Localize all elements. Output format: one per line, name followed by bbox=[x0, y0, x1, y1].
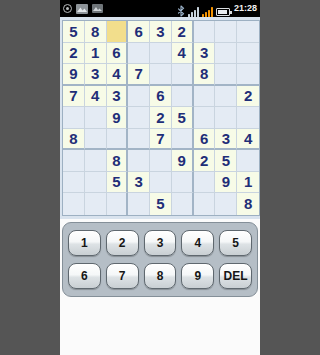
cell-r1c7[interactable] bbox=[194, 21, 216, 43]
key-del[interactable]: DEL bbox=[219, 263, 252, 289]
cell-r7c9[interactable] bbox=[237, 150, 259, 172]
status-bar-left-icons bbox=[63, 4, 103, 14]
cell-r7c1[interactable] bbox=[63, 150, 85, 172]
cell-r3c6[interactable] bbox=[172, 64, 194, 86]
cell-r8c2[interactable] bbox=[85, 172, 107, 194]
cell-r1c9[interactable] bbox=[237, 21, 259, 43]
cell-r8c8[interactable]: 9 bbox=[215, 172, 237, 194]
battery-icon bbox=[216, 8, 230, 16]
gallery-icon bbox=[76, 4, 88, 14]
cell-r2c2[interactable]: 1 bbox=[85, 43, 107, 65]
cell-r7c3[interactable]: 8 bbox=[107, 150, 129, 172]
cell-r8c6[interactable] bbox=[172, 172, 194, 194]
cell-r8c1[interactable] bbox=[63, 172, 85, 194]
cell-r9c4[interactable] bbox=[128, 193, 150, 215]
cell-r7c7[interactable]: 2 bbox=[194, 150, 216, 172]
status-bar: 21:28 bbox=[60, 0, 260, 17]
cell-r2c7[interactable]: 3 bbox=[194, 43, 216, 65]
cell-r7c5[interactable] bbox=[150, 150, 172, 172]
status-bar-clock: 21:28 bbox=[234, 0, 257, 17]
cell-r5c4[interactable] bbox=[128, 107, 150, 129]
cell-r3c8[interactable] bbox=[215, 64, 237, 86]
number-keypad: 123456789DEL bbox=[62, 222, 258, 297]
cell-r5c7[interactable] bbox=[194, 107, 216, 129]
cell-r6c2[interactable] bbox=[85, 129, 107, 151]
cell-r3c9[interactable] bbox=[237, 64, 259, 86]
cell-r3c4[interactable]: 7 bbox=[128, 64, 150, 86]
key-6[interactable]: 6 bbox=[68, 263, 101, 289]
cell-r4c9[interactable]: 2 bbox=[237, 86, 259, 108]
cell-r4c7[interactable] bbox=[194, 86, 216, 108]
cell-r4c6[interactable] bbox=[172, 86, 194, 108]
key-7[interactable]: 7 bbox=[106, 263, 139, 289]
cell-r6c4[interactable] bbox=[128, 129, 150, 151]
cell-r2c1[interactable]: 2 bbox=[63, 43, 85, 65]
key-8[interactable]: 8 bbox=[144, 263, 177, 289]
cell-r4c5[interactable]: 6 bbox=[150, 86, 172, 108]
cell-r4c8[interactable] bbox=[215, 86, 237, 108]
cell-r1c1[interactable]: 5 bbox=[63, 21, 85, 43]
cell-r6c5[interactable]: 7 bbox=[150, 129, 172, 151]
cell-r2c4[interactable] bbox=[128, 43, 150, 65]
cell-r7c2[interactable] bbox=[85, 150, 107, 172]
signal-bars-sim1-icon bbox=[188, 7, 199, 17]
cell-r6c8[interactable]: 3 bbox=[215, 129, 237, 151]
cell-r1c3[interactable] bbox=[107, 21, 129, 43]
cell-r9c6[interactable] bbox=[172, 193, 194, 215]
notification-circle-icon bbox=[63, 4, 72, 13]
cell-r8c9[interactable]: 1 bbox=[237, 172, 259, 194]
cell-r7c6[interactable]: 9 bbox=[172, 150, 194, 172]
sudoku-board-area: 58632216439347874362925876348925539158 bbox=[60, 17, 260, 219]
gallery-icon bbox=[92, 4, 103, 13]
cell-r5c9[interactable] bbox=[237, 107, 259, 129]
cell-r3c5[interactable] bbox=[150, 64, 172, 86]
cell-r6c9[interactable]: 4 bbox=[237, 129, 259, 151]
cell-r3c2[interactable]: 3 bbox=[85, 64, 107, 86]
cell-r5c3[interactable]: 9 bbox=[107, 107, 129, 129]
cell-r9c5[interactable]: 5 bbox=[150, 193, 172, 215]
signal-bars-sim2-icon bbox=[202, 7, 213, 17]
cell-r1c2[interactable]: 8 bbox=[85, 21, 107, 43]
cell-r9c7[interactable] bbox=[194, 193, 216, 215]
cell-r1c4[interactable]: 6 bbox=[128, 21, 150, 43]
cell-r2c9[interactable] bbox=[237, 43, 259, 65]
cell-r5c2[interactable] bbox=[85, 107, 107, 129]
cell-r9c8[interactable] bbox=[215, 193, 237, 215]
cell-r5c5[interactable]: 2 bbox=[150, 107, 172, 129]
cell-r9c1[interactable] bbox=[63, 193, 85, 215]
cell-r8c3[interactable]: 5 bbox=[107, 172, 129, 194]
cell-r7c4[interactable] bbox=[128, 150, 150, 172]
cell-r3c3[interactable]: 4 bbox=[107, 64, 129, 86]
key-1[interactable]: 1 bbox=[68, 230, 101, 256]
cell-r2c3[interactable]: 6 bbox=[107, 43, 129, 65]
cell-r8c7[interactable] bbox=[194, 172, 216, 194]
cell-r2c6[interactable]: 4 bbox=[172, 43, 194, 65]
cell-r6c3[interactable] bbox=[107, 129, 129, 151]
cell-r4c2[interactable]: 4 bbox=[85, 86, 107, 108]
key-9[interactable]: 9 bbox=[181, 263, 214, 289]
keypad-area: 123456789DEL bbox=[60, 219, 260, 297]
cell-r9c9[interactable]: 8 bbox=[237, 193, 259, 215]
cell-r9c3[interactable] bbox=[107, 193, 129, 215]
key-4[interactable]: 4 bbox=[181, 230, 214, 256]
cell-r6c1[interactable]: 8 bbox=[63, 129, 85, 151]
cell-r9c2[interactable] bbox=[85, 193, 107, 215]
cell-r7c8[interactable]: 5 bbox=[215, 150, 237, 172]
cell-r6c7[interactable]: 6 bbox=[194, 129, 216, 151]
cell-r1c8[interactable] bbox=[215, 21, 237, 43]
cell-r2c8[interactable] bbox=[215, 43, 237, 65]
cell-r2c5[interactable] bbox=[150, 43, 172, 65]
cell-r6c6[interactable] bbox=[172, 129, 194, 151]
key-3[interactable]: 3 bbox=[144, 230, 177, 256]
bluetooth-icon bbox=[177, 5, 185, 17]
cell-r5c8[interactable] bbox=[215, 107, 237, 129]
cell-r1c5[interactable]: 3 bbox=[150, 21, 172, 43]
cell-r4c1[interactable]: 7 bbox=[63, 86, 85, 108]
cell-r3c1[interactable]: 9 bbox=[63, 64, 85, 86]
cell-r4c3[interactable]: 3 bbox=[107, 86, 129, 108]
status-bar-right-icons: 21:28 bbox=[177, 0, 257, 17]
cell-r8c4[interactable]: 3 bbox=[128, 172, 150, 194]
key-2[interactable]: 2 bbox=[106, 230, 139, 256]
cell-r3c7[interactable]: 8 bbox=[194, 64, 216, 86]
cell-r8c5[interactable] bbox=[150, 172, 172, 194]
key-5[interactable]: 5 bbox=[219, 230, 252, 256]
cell-r5c1[interactable] bbox=[63, 107, 85, 129]
cell-r4c4[interactable] bbox=[128, 86, 150, 108]
sudoku-grid: 58632216439347874362925876348925539158 bbox=[62, 20, 260, 216]
cell-r1c6[interactable]: 2 bbox=[172, 21, 194, 43]
cell-r5c6[interactable]: 5 bbox=[172, 107, 194, 129]
sudoku-app-screen: 21:28 5863221643934787436292587634892553… bbox=[60, 0, 260, 355]
